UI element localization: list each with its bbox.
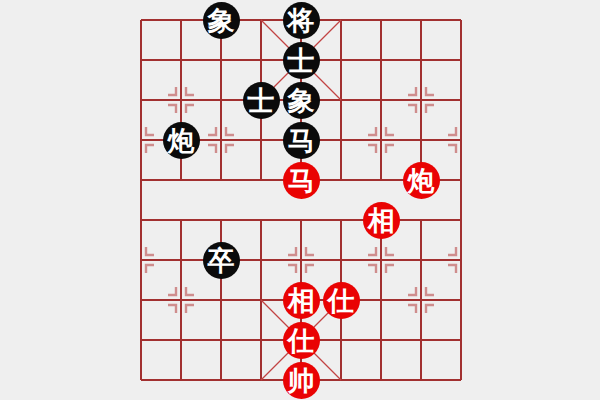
black-horse[interactable]: 马	[283, 122, 320, 159]
red-advisor[interactable]: 仕	[323, 282, 360, 319]
black-elephant[interactable]: 象	[283, 82, 320, 119]
black-advisor[interactable]: 士	[243, 82, 280, 119]
black-pawn[interactable]: 卒	[203, 242, 240, 279]
black-cannon[interactable]: 炮	[163, 122, 200, 159]
red-general[interactable]: 帅	[283, 362, 320, 399]
black-general[interactable]: 将	[283, 2, 320, 39]
pieces-grid: 象将士士象炮马马炮相卒相仕仕帅	[121, 0, 481, 400]
red-advisor[interactable]: 仕	[283, 322, 320, 359]
black-advisor[interactable]: 士	[283, 42, 320, 79]
red-horse[interactable]: 马	[283, 162, 320, 199]
red-elephant[interactable]: 相	[363, 202, 400, 239]
red-elephant[interactable]: 相	[283, 282, 320, 319]
xiangqi-board: 象将士士象炮马马炮相卒相仕仕帅	[0, 0, 600, 400]
red-cannon[interactable]: 炮	[403, 162, 440, 199]
black-elephant[interactable]: 象	[203, 2, 240, 39]
